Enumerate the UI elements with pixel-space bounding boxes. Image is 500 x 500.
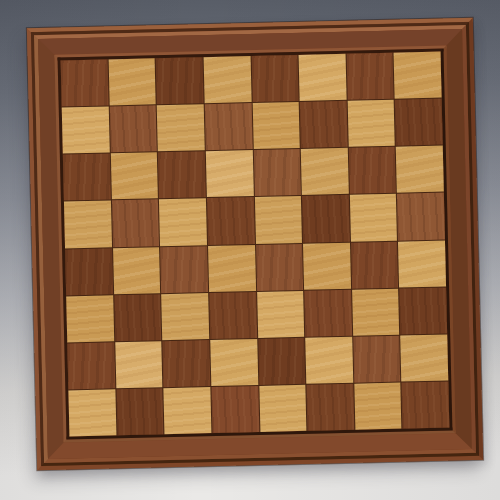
- frame-molding-inner-ridge: [54, 45, 455, 442]
- square-f4[interactable]: [303, 242, 351, 289]
- square-h2[interactable]: [401, 334, 449, 381]
- chessboard: [61, 52, 450, 437]
- square-b7[interactable]: [109, 105, 157, 152]
- square-d2[interactable]: [210, 339, 258, 386]
- square-c8[interactable]: [156, 57, 204, 104]
- frame-molding-groove: [31, 22, 479, 466]
- square-a3[interactable]: [66, 295, 114, 342]
- square-d7[interactable]: [205, 103, 253, 150]
- square-g4[interactable]: [351, 241, 399, 288]
- square-g2[interactable]: [353, 335, 401, 382]
- square-e1[interactable]: [259, 385, 307, 432]
- square-g6[interactable]: [349, 147, 397, 194]
- square-c2[interactable]: [163, 340, 211, 387]
- square-h1[interactable]: [402, 381, 450, 428]
- square-d3[interactable]: [209, 292, 257, 339]
- frame-molding-bead: [34, 25, 476, 463]
- square-c1[interactable]: [164, 387, 212, 434]
- square-b6[interactable]: [110, 153, 158, 200]
- square-c4[interactable]: [160, 246, 208, 293]
- square-b1[interactable]: [116, 388, 164, 435]
- square-a5[interactable]: [64, 201, 112, 248]
- square-g5[interactable]: [350, 194, 398, 241]
- square-e2[interactable]: [258, 338, 306, 385]
- square-d8[interactable]: [203, 56, 251, 103]
- photo-backdrop: [0, 0, 500, 500]
- frame-molding-slope: [38, 29, 472, 459]
- square-e4[interactable]: [256, 243, 304, 290]
- frame-molding-outer-bead: [27, 18, 483, 470]
- square-e3[interactable]: [257, 291, 305, 338]
- square-h3[interactable]: [399, 287, 447, 334]
- frame-rebate-shadow: [58, 49, 453, 440]
- square-h4[interactable]: [398, 240, 446, 287]
- square-g7[interactable]: [347, 100, 395, 147]
- square-h6[interactable]: [396, 146, 444, 193]
- square-a6[interactable]: [63, 154, 111, 201]
- square-a2[interactable]: [67, 342, 115, 389]
- square-c3[interactable]: [161, 293, 209, 340]
- square-f8[interactable]: [299, 54, 347, 101]
- square-e6[interactable]: [253, 149, 301, 196]
- square-a7[interactable]: [62, 107, 110, 154]
- square-e8[interactable]: [251, 55, 299, 102]
- square-f5[interactable]: [302, 195, 350, 242]
- square-h7[interactable]: [395, 99, 443, 146]
- square-h5[interactable]: [397, 193, 445, 240]
- square-e7[interactable]: [252, 102, 300, 149]
- square-b8[interactable]: [108, 58, 156, 105]
- chessboard-frame: [27, 18, 483, 470]
- square-e5[interactable]: [254, 196, 302, 243]
- square-b5[interactable]: [112, 200, 160, 247]
- square-a4[interactable]: [65, 248, 113, 295]
- square-a8[interactable]: [61, 59, 109, 106]
- square-h8[interactable]: [394, 52, 442, 99]
- square-d5[interactable]: [207, 197, 255, 244]
- square-c6[interactable]: [158, 151, 206, 198]
- square-b4[interactable]: [113, 247, 161, 294]
- square-g8[interactable]: [346, 53, 394, 100]
- square-f1[interactable]: [306, 384, 354, 431]
- square-c5[interactable]: [159, 199, 207, 246]
- square-d6[interactable]: [206, 150, 254, 197]
- square-f2[interactable]: [305, 336, 353, 383]
- square-d1[interactable]: [211, 386, 259, 433]
- square-f7[interactable]: [300, 101, 348, 148]
- square-a1[interactable]: [68, 389, 116, 436]
- square-g1[interactable]: [354, 382, 402, 429]
- square-d4[interactable]: [208, 245, 256, 292]
- square-f3[interactable]: [304, 289, 352, 336]
- square-g3[interactable]: [352, 288, 400, 335]
- square-b3[interactable]: [114, 294, 162, 341]
- square-f6[interactable]: [301, 148, 349, 195]
- square-c7[interactable]: [157, 104, 205, 151]
- square-b2[interactable]: [115, 341, 163, 388]
